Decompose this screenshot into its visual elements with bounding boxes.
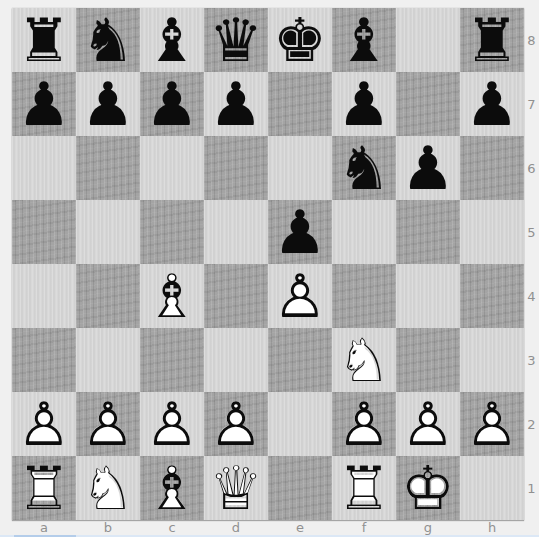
square-g4[interactable]: [396, 264, 460, 328]
piece-outline-glyph: ♙: [140, 392, 204, 456]
black-pawn[interactable]: ♟: [268, 200, 332, 264]
rank-labels: 87654321: [524, 8, 539, 520]
white-bishop[interactable]: ♝♗: [140, 264, 204, 328]
file-label-g: g: [396, 519, 460, 535]
black-pawn[interactable]: ♟: [396, 136, 460, 200]
file-label-h: h: [460, 519, 524, 535]
square-f6[interactable]: ♞: [332, 136, 396, 200]
square-g1[interactable]: ♚♔: [396, 456, 460, 520]
piece-glyph: ♝: [332, 8, 396, 72]
square-b8[interactable]: ♞: [76, 8, 140, 72]
piece-outline-glyph: ♙: [332, 392, 396, 456]
file-label-d: d: [204, 519, 268, 535]
piece-outline-glyph: ♘: [332, 328, 396, 392]
black-pawn[interactable]: ♟: [12, 72, 76, 136]
piece-outline-glyph: ♖: [332, 456, 396, 520]
rank-label-1: 1: [524, 456, 539, 520]
file-label-f: f: [332, 519, 396, 535]
square-c1[interactable]: ♝♗: [140, 456, 204, 520]
square-g3[interactable]: [396, 328, 460, 392]
piece-glyph: ♟: [76, 72, 140, 136]
rank-label-5: 5: [524, 200, 539, 264]
square-a6[interactable]: [12, 136, 76, 200]
square-d4[interactable]: [204, 264, 268, 328]
square-h1[interactable]: [460, 456, 524, 520]
square-g6[interactable]: ♟: [396, 136, 460, 200]
piece-glyph: ♜: [12, 8, 76, 72]
square-h5[interactable]: [460, 200, 524, 264]
file-label-b: b: [76, 519, 140, 535]
black-pawn[interactable]: ♟: [204, 72, 268, 136]
piece-glyph: ♟: [204, 72, 268, 136]
square-e2[interactable]: [268, 392, 332, 456]
piece-glyph: ♜: [460, 8, 524, 72]
piece-outline-glyph: ♙: [12, 392, 76, 456]
square-h8[interactable]: ♜: [460, 8, 524, 72]
piece-outline-glyph: ♙: [204, 392, 268, 456]
piece-glyph: ♞: [332, 136, 396, 200]
piece-glyph: ♚: [268, 8, 332, 72]
square-d1[interactable]: ♛♕: [204, 456, 268, 520]
white-rook[interactable]: ♜♖: [332, 456, 396, 520]
square-h6[interactable]: [460, 136, 524, 200]
white-queen[interactable]: ♛♕: [204, 456, 268, 520]
white-pawn[interactable]: ♟♙: [460, 392, 524, 456]
square-b1[interactable]: ♞♘: [76, 456, 140, 520]
white-rook[interactable]: ♜♖: [12, 456, 76, 520]
square-b6[interactable]: [76, 136, 140, 200]
white-pawn[interactable]: ♟♙: [140, 392, 204, 456]
white-pawn[interactable]: ♟♙: [396, 392, 460, 456]
white-king[interactable]: ♚♔: [396, 456, 460, 520]
rank-label-2: 2: [524, 392, 539, 456]
square-e3[interactable]: [268, 328, 332, 392]
square-c2[interactable]: ♟♙: [140, 392, 204, 456]
square-f1[interactable]: ♜♖: [332, 456, 396, 520]
square-g7[interactable]: [396, 72, 460, 136]
white-pawn[interactable]: ♟♙: [12, 392, 76, 456]
square-h2[interactable]: ♟♙: [460, 392, 524, 456]
square-c7[interactable]: ♟: [140, 72, 204, 136]
white-knight[interactable]: ♞♘: [332, 328, 396, 392]
square-b3[interactable]: [76, 328, 140, 392]
black-rook[interactable]: ♜: [460, 8, 524, 72]
black-knight[interactable]: ♞: [332, 136, 396, 200]
white-bishop[interactable]: ♝♗: [140, 456, 204, 520]
black-bishop[interactable]: ♝: [140, 8, 204, 72]
square-h7[interactable]: ♟: [460, 72, 524, 136]
black-queen[interactable]: ♛: [204, 8, 268, 72]
square-e1[interactable]: [268, 456, 332, 520]
black-pawn[interactable]: ♟: [332, 72, 396, 136]
piece-outline-glyph: ♙: [268, 264, 332, 328]
square-d3[interactable]: [204, 328, 268, 392]
square-g5[interactable]: [396, 200, 460, 264]
piece-outline-glyph: ♖: [12, 456, 76, 520]
file-label-a: a: [12, 519, 76, 535]
black-rook[interactable]: ♜: [12, 8, 76, 72]
piece-glyph: ♛: [204, 8, 268, 72]
piece-glyph: ♟: [140, 72, 204, 136]
black-pawn[interactable]: ♟: [140, 72, 204, 136]
square-c8[interactable]: ♝: [140, 8, 204, 72]
white-pawn[interactable]: ♟♙: [332, 392, 396, 456]
square-g8[interactable]: [396, 8, 460, 72]
white-pawn[interactable]: ♟♙: [204, 392, 268, 456]
piece-outline-glyph: ♘: [76, 456, 140, 520]
file-label-e: e: [268, 519, 332, 535]
piece-glyph: ♟: [332, 72, 396, 136]
rank-label-6: 6: [524, 136, 539, 200]
square-a2[interactable]: ♟♙: [12, 392, 76, 456]
white-pawn[interactable]: ♟♙: [268, 264, 332, 328]
file-labels: abcdefgh: [12, 519, 524, 535]
rank-label-8: 8: [524, 8, 539, 72]
black-pawn[interactable]: ♟: [76, 72, 140, 136]
square-d2[interactable]: ♟♙: [204, 392, 268, 456]
piece-outline-glyph: ♙: [460, 392, 524, 456]
square-b2[interactable]: ♟♙: [76, 392, 140, 456]
piece-glyph: ♟: [460, 72, 524, 136]
piece-glyph: ♞: [76, 8, 140, 72]
piece-outline-glyph: ♗: [140, 456, 204, 520]
rank-label-3: 3: [524, 328, 539, 392]
square-a4[interactable]: [12, 264, 76, 328]
rank-label-4: 4: [524, 264, 539, 328]
square-a8[interactable]: ♜: [12, 8, 76, 72]
square-a3[interactable]: [12, 328, 76, 392]
square-c6[interactable]: [140, 136, 204, 200]
square-e7[interactable]: [268, 72, 332, 136]
square-b5[interactable]: [76, 200, 140, 264]
piece-glyph: ♟: [396, 136, 460, 200]
piece-glyph: ♝: [140, 8, 204, 72]
square-e4[interactable]: ♟♙: [268, 264, 332, 328]
square-h3[interactable]: [460, 328, 524, 392]
page: ♜♞♝♛♚♝♜♟♟♟♟♟♟♞♟♟♝♗♟♙♞♘♟♙♟♙♟♙♟♙♟♙♟♙♟♙♜♖♞♘…: [0, 0, 539, 537]
black-pawn[interactable]: ♟: [460, 72, 524, 136]
square-h4[interactable]: [460, 264, 524, 328]
piece-glyph: ♟: [268, 200, 332, 264]
square-f3[interactable]: ♞♘: [332, 328, 396, 392]
piece-outline-glyph: ♙: [396, 392, 460, 456]
square-d5[interactable]: [204, 200, 268, 264]
square-c3[interactable]: [140, 328, 204, 392]
black-bishop[interactable]: ♝: [332, 8, 396, 72]
piece-glyph: ♟: [12, 72, 76, 136]
white-pawn[interactable]: ♟♙: [76, 392, 140, 456]
square-d6[interactable]: [204, 136, 268, 200]
white-knight[interactable]: ♞♘: [76, 456, 140, 520]
piece-outline-glyph: ♕: [204, 456, 268, 520]
square-f7[interactable]: ♟: [332, 72, 396, 136]
piece-outline-glyph: ♙: [76, 392, 140, 456]
rank-label-7: 7: [524, 72, 539, 136]
square-c5[interactable]: [140, 200, 204, 264]
square-a5[interactable]: [12, 200, 76, 264]
square-a7[interactable]: ♟: [12, 72, 76, 136]
square-a1[interactable]: ♜♖: [12, 456, 76, 520]
square-d8[interactable]: ♛: [204, 8, 268, 72]
square-e5[interactable]: ♟: [268, 200, 332, 264]
square-b4[interactable]: [76, 264, 140, 328]
black-knight[interactable]: ♞: [76, 8, 140, 72]
file-label-c: c: [140, 519, 204, 535]
piece-outline-glyph: ♔: [396, 456, 460, 520]
square-f5[interactable]: [332, 200, 396, 264]
square-f8[interactable]: ♝: [332, 8, 396, 72]
square-c4[interactable]: ♝♗: [140, 264, 204, 328]
chess-board: ♜♞♝♛♚♝♜♟♟♟♟♟♟♞♟♟♝♗♟♙♞♘♟♙♟♙♟♙♟♙♟♙♟♙♟♙♜♖♞♘…: [12, 8, 524, 520]
square-e6[interactable]: [268, 136, 332, 200]
square-g2[interactable]: ♟♙: [396, 392, 460, 456]
square-f2[interactable]: ♟♙: [332, 392, 396, 456]
square-b7[interactable]: ♟: [76, 72, 140, 136]
square-e8[interactable]: ♚: [268, 8, 332, 72]
black-king[interactable]: ♚: [268, 8, 332, 72]
square-d7[interactable]: ♟: [204, 72, 268, 136]
piece-outline-glyph: ♗: [140, 264, 204, 328]
square-f4[interactable]: [332, 264, 396, 328]
